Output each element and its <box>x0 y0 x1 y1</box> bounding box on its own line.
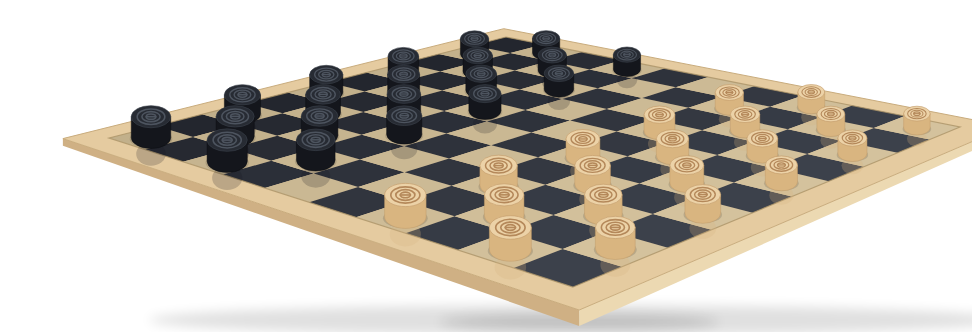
draughts-board-photo <box>40 16 972 332</box>
board-scene-svg <box>40 16 972 332</box>
